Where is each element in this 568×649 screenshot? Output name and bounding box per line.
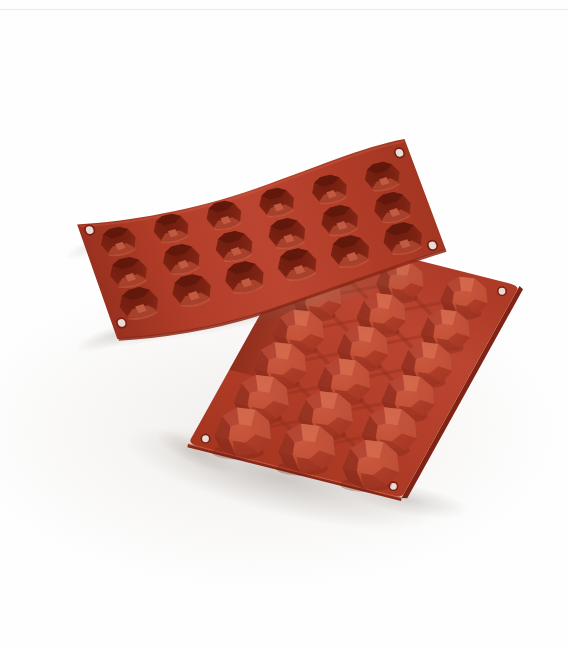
product-photo xyxy=(0,0,568,649)
top-border-line xyxy=(0,9,568,10)
corner-hole xyxy=(201,435,209,443)
corner-hole xyxy=(498,287,506,295)
photo-canvas xyxy=(0,0,568,649)
